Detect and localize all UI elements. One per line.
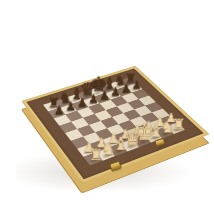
black-pawn-a7: ♟ <box>45 104 74 116</box>
product-photo: ♜♞♝♛♚♝♞♜♟♟♟♟♟♟♟♟♟♟♟♟♟♟♟♟♜♞♝♛♚♝♞♜ <box>0 0 214 214</box>
white-rook-a1: ♜ <box>80 147 112 162</box>
board-scene: ♜♞♝♛♚♝♞♜♟♟♟♟♟♟♟♟♟♟♟♟♟♟♟♟♜♞♝♛♚♝♞♜ <box>0 0 214 214</box>
square-a1: ♜ <box>84 152 103 165</box>
